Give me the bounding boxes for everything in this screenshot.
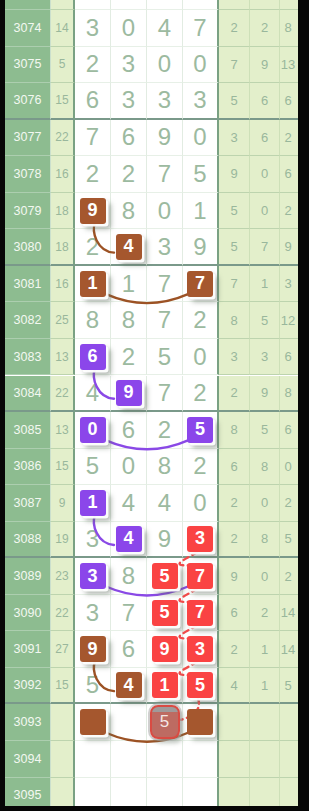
- chart-row-3075: 3075523007913: [5, 47, 309, 84]
- highlight-square-red: 5: [152, 563, 178, 589]
- digit-cell: 2: [75, 47, 111, 84]
- digit-cell: 1: [75, 266, 111, 303]
- stat-cell: 9: [250, 376, 280, 413]
- sum-cell: 22: [51, 595, 75, 632]
- sum-cell: 23: [51, 558, 75, 595]
- digit-cell: 2: [111, 156, 147, 193]
- issue-cell: 3079: [5, 193, 51, 230]
- stat-cell: 3: [250, 339, 280, 376]
- stat-cell: 5: [250, 302, 280, 339]
- chart-row-partial: [5, 0, 309, 10]
- highlight-square-red: 3: [187, 636, 213, 662]
- highlight-square-red: 7: [187, 563, 213, 589]
- chart-row-3092: 3092155415415: [5, 668, 309, 705]
- stat-cell: 6: [219, 449, 250, 486]
- digit-cell: [111, 741, 147, 778]
- issue-cell: 3089: [5, 558, 51, 595]
- digit-cell: 8: [111, 558, 147, 595]
- chart-row-3087: 308791440202: [5, 485, 309, 522]
- digit-cell: 2: [183, 302, 219, 339]
- digit-cell: 0: [183, 339, 219, 376]
- sum-cell: 13: [51, 412, 75, 449]
- digit-cell: 0: [147, 193, 183, 230]
- stat-cell: [219, 0, 250, 10]
- digit-cell: 1: [75, 485, 111, 522]
- highlight-square-empty: [80, 709, 106, 735]
- digit-cell: 1: [111, 266, 147, 303]
- digit-cell: 8: [75, 302, 111, 339]
- digit-cell: [183, 704, 219, 741]
- digit-cell: 3: [183, 522, 219, 559]
- digit-cell: 7: [183, 595, 219, 632]
- sum-cell: 9: [51, 485, 75, 522]
- digit-cell: 3: [111, 83, 147, 120]
- digit-cell: 7: [75, 120, 111, 157]
- sum-cell: 18: [51, 193, 75, 230]
- digit-cell: 9: [147, 522, 183, 559]
- digit-cell: 0: [75, 412, 111, 449]
- stat-cell: 3: [219, 339, 250, 376]
- sum-cell: 13: [51, 339, 75, 376]
- digit-cell: 5: [147, 595, 183, 632]
- issue-cell: 3088: [5, 522, 51, 559]
- digit-cell: 7: [183, 10, 219, 47]
- digit-cell: 4: [147, 10, 183, 47]
- issue-cell: 3084: [5, 376, 51, 413]
- stat-cell: 7: [219, 47, 250, 84]
- digit-cell: 3: [183, 83, 219, 120]
- digit-cell: 7: [147, 302, 183, 339]
- stat-cell: 4: [219, 668, 250, 705]
- stat-cell: 2: [219, 485, 250, 522]
- highlight-square-purple: 3: [80, 563, 106, 589]
- digit-cell: [147, 0, 183, 10]
- highlight-square-red: 7: [187, 600, 213, 626]
- stat-cell: 5: [219, 83, 250, 120]
- digit-cell: 5: [183, 668, 219, 705]
- sum-cell: 22: [51, 120, 75, 157]
- highlight-square-purple: 6: [80, 344, 106, 370]
- digit-cell: 2: [183, 449, 219, 486]
- digit-cell: 5: [75, 449, 111, 486]
- digit-cell: 9: [111, 376, 147, 413]
- issue-cell: 3086: [5, 449, 51, 486]
- chart-row-3091: 30912796932114: [5, 631, 309, 668]
- stat-cell: 2: [219, 631, 250, 668]
- stat-cell: 7: [219, 266, 250, 303]
- issue-cell: [5, 0, 51, 10]
- issue-cell: 3093: [5, 704, 51, 741]
- digit-cell: 6: [75, 339, 111, 376]
- highlight-square-brown: 7: [187, 271, 213, 297]
- stat-cell: 0: [250, 156, 280, 193]
- stat-cell: 2: [219, 522, 250, 559]
- digit-cell: 1: [147, 668, 183, 705]
- digit-cell: 0: [183, 485, 219, 522]
- issue-cell: 3092: [5, 668, 51, 705]
- digit-cell: 3: [111, 47, 147, 84]
- stat-cell: 1: [250, 668, 280, 705]
- chart-row-3084: 3084224972298: [5, 376, 309, 413]
- sum-cell: 14: [51, 10, 75, 47]
- stat-cell: 2: [219, 376, 250, 413]
- issue-cell: 3075: [5, 47, 51, 84]
- highlight-square-brown: 4: [116, 234, 142, 260]
- highlight-square-brown: 4: [116, 672, 142, 698]
- highlight-square-purple: 4: [116, 526, 142, 552]
- chart-row-3093: 30935: [5, 704, 309, 741]
- stat-cell: 5: [250, 412, 280, 449]
- stat-cell: 2: [219, 10, 250, 47]
- chart-row-3077: 3077227690362: [5, 120, 309, 157]
- highlight-square-red: 1: [152, 672, 178, 698]
- digit-cell: 4: [111, 668, 147, 705]
- digit-cell: 2: [111, 339, 147, 376]
- stat-cell: [250, 741, 280, 778]
- digit-cell: 4: [111, 229, 147, 266]
- sum-cell: 27: [51, 631, 75, 668]
- digit-cell: [183, 0, 219, 10]
- highlight-square-brown: 9: [80, 636, 106, 662]
- stat-cell: 8: [250, 449, 280, 486]
- digit-cell: 2: [183, 376, 219, 413]
- digit-cell: 0: [183, 120, 219, 157]
- sum-cell: [51, 704, 75, 741]
- digit-cell: 5: [147, 339, 183, 376]
- screen-frame-bottom: [0, 806, 309, 811]
- sum-cell: [51, 741, 75, 778]
- lottery-trend-chart-screen: 3074143047228307552300791330761563335663…: [0, 0, 309, 811]
- issue-cell: 3074: [5, 10, 51, 47]
- screen-frame-right: [298, 0, 309, 811]
- digit-cell: 9: [75, 631, 111, 668]
- highlight-square-red: 5: [152, 600, 178, 626]
- issue-cell: 3080: [5, 229, 51, 266]
- stat-cell: 9: [219, 558, 250, 595]
- stat-cell: 2: [250, 10, 280, 47]
- digit-cell: 0: [147, 47, 183, 84]
- highlight-square-purple: 1: [80, 490, 106, 516]
- digit-cell: 7: [147, 156, 183, 193]
- digit-cell: 1: [183, 193, 219, 230]
- sum-cell: 19: [51, 522, 75, 559]
- digit-cell: [183, 741, 219, 778]
- prediction-cell[interactable]: 5: [150, 705, 180, 739]
- sum-cell: 5: [51, 47, 75, 84]
- digit-cell: 3: [75, 10, 111, 47]
- digit-cell: [75, 704, 111, 741]
- issue-cell: 3078: [5, 156, 51, 193]
- digit-cell: [75, 0, 111, 10]
- issue-cell: 3077: [5, 120, 51, 157]
- stat-cell: 9: [219, 156, 250, 193]
- sum-cell: [51, 0, 75, 10]
- digit-cell: 9: [147, 631, 183, 668]
- stat-cell: 6: [250, 120, 280, 157]
- sum-cell: 18: [51, 229, 75, 266]
- chart-row-3086: 3086155082680: [5, 449, 309, 486]
- stat-cell: [219, 741, 250, 778]
- digit-cell: [111, 0, 147, 10]
- chart-row-3074: 3074143047228: [5, 10, 309, 47]
- stat-cell: 2: [250, 595, 280, 632]
- digit-cell: 5: [183, 156, 219, 193]
- stat-cell: [250, 704, 280, 741]
- digit-cell: 3: [183, 631, 219, 668]
- sum-cell: 16: [51, 156, 75, 193]
- sum-cell: 15: [51, 449, 75, 486]
- sum-cell: 15: [51, 668, 75, 705]
- highlight-square-purple: 9: [116, 380, 142, 406]
- digit-cell: 7: [183, 558, 219, 595]
- digit-cell: 4: [111, 522, 147, 559]
- digit-cell: 7: [183, 266, 219, 303]
- stat-cell: 7: [250, 229, 280, 266]
- chart-row-3089: 3089233857902: [5, 558, 309, 595]
- sum-cell: 15: [51, 83, 75, 120]
- stat-cell: 0: [250, 558, 280, 595]
- digit-cell: 3: [147, 229, 183, 266]
- digit-cell: 9: [75, 193, 111, 230]
- chart-row-3079: 3079189801502: [5, 193, 309, 230]
- chart-row-3080: 3080182439579: [5, 229, 309, 266]
- highlight-square-empty: [187, 709, 213, 735]
- issue-cell: 3091: [5, 631, 51, 668]
- chart-row-3094: 3094: [5, 741, 309, 778]
- stat-cell: 6: [219, 595, 250, 632]
- issue-cell: 3087: [5, 485, 51, 522]
- digit-cell: 9: [147, 120, 183, 157]
- digit-cell: 4: [147, 485, 183, 522]
- chart-row-3090: 30902237576214: [5, 595, 309, 632]
- sum-cell: 25: [51, 302, 75, 339]
- stat-cell: [250, 0, 280, 10]
- sum-cell: 22: [51, 376, 75, 413]
- chart-row-3085: 3085130625856: [5, 412, 309, 449]
- stat-cell: 8: [219, 412, 250, 449]
- stat-cell: [219, 704, 250, 741]
- stat-cell: 5: [219, 193, 250, 230]
- chart-row-3076: 3076156333566: [5, 83, 309, 120]
- digit-cell: 7: [147, 266, 183, 303]
- highlight-square-purple: 0: [80, 417, 106, 443]
- digit-cell: 8: [111, 302, 147, 339]
- digit-cell: 3: [75, 558, 111, 595]
- stat-cell: 9: [250, 47, 280, 84]
- digit-cell: 0: [111, 449, 147, 486]
- digit-cell: 9: [183, 229, 219, 266]
- digit-cell: [75, 741, 111, 778]
- chart-row-3081: 3081161177713: [5, 266, 309, 303]
- digit-cell: 6: [111, 631, 147, 668]
- issue-cell: 3082: [5, 302, 51, 339]
- digit-cell: 6: [111, 412, 147, 449]
- digit-cell: 7: [147, 376, 183, 413]
- digit-cell: 7: [111, 595, 147, 632]
- highlight-square-brown: 1: [80, 271, 106, 297]
- digit-cell: 5: [147, 704, 183, 741]
- issue-cell: 3076: [5, 83, 51, 120]
- digit-cell: 4: [111, 485, 147, 522]
- digit-cell: 3: [147, 83, 183, 120]
- stat-cell: 5: [219, 229, 250, 266]
- digit-cell: 5: [75, 668, 111, 705]
- stat-cell: 3: [219, 120, 250, 157]
- stat-cell: 1: [250, 266, 280, 303]
- issue-cell: 3094: [5, 741, 51, 778]
- digit-cell: 8: [111, 193, 147, 230]
- digit-cell: 2: [75, 229, 111, 266]
- digit-cell: 5: [183, 412, 219, 449]
- digit-cell: 0: [183, 47, 219, 84]
- stat-cell: 8: [250, 522, 280, 559]
- chart-row-3088: 3088193493285: [5, 522, 309, 559]
- digit-cell: 6: [75, 83, 111, 120]
- screen-frame-left: [0, 0, 5, 811]
- chart-row-3082: 30822588728512: [5, 302, 309, 339]
- highlight-square-red: 3: [187, 526, 213, 552]
- digit-cell: 8: [147, 449, 183, 486]
- sum-cell: 16: [51, 266, 75, 303]
- digit-cell: 6: [111, 120, 147, 157]
- highlight-square-red: 5: [187, 672, 213, 698]
- issue-cell: 3083: [5, 339, 51, 376]
- digit-cell: 2: [75, 156, 111, 193]
- digit-cell: [111, 704, 147, 741]
- highlight-square-purple: 5: [187, 417, 213, 443]
- issue-cell: 3081: [5, 266, 51, 303]
- digit-cell: 3: [75, 595, 111, 632]
- highlight-square-brown: 9: [80, 198, 106, 224]
- digit-cell: 3: [75, 522, 111, 559]
- highlight-square-red: 9: [152, 636, 178, 662]
- stat-cell: 0: [250, 485, 280, 522]
- stat-cell: 6: [250, 83, 280, 120]
- chart-row-3078: 3078162275906: [5, 156, 309, 193]
- chart-row-3083: 3083136250336: [5, 339, 309, 376]
- digit-cell: [147, 741, 183, 778]
- stat-cell: 8: [219, 302, 250, 339]
- issue-cell: 3090: [5, 595, 51, 632]
- stat-cell: 1: [250, 631, 280, 668]
- digit-cell: 4: [75, 376, 111, 413]
- digit-cell: 2: [147, 412, 183, 449]
- issue-cell: 3085: [5, 412, 51, 449]
- stat-cell: 0: [250, 193, 280, 230]
- digit-cell: 5: [147, 558, 183, 595]
- digit-cell: 0: [111, 10, 147, 47]
